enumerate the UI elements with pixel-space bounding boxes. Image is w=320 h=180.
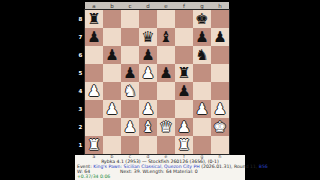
rank-label-5: 5 (76, 64, 85, 82)
white-bishop-piece: ♝ (139, 118, 157, 136)
square-f1: ♜ (175, 136, 193, 154)
file-label-h: h (211, 2, 229, 10)
square-d3: ♟ (139, 100, 157, 118)
square-c7 (121, 28, 139, 46)
square-b3: ♟ (103, 100, 121, 118)
square-c2: ♟ (121, 118, 139, 136)
square-g6: ♞ (193, 46, 211, 64)
white-pawn-piece: ♟ (211, 100, 229, 118)
square-e8 (157, 10, 175, 28)
square-d8 (139, 10, 157, 28)
square-d5: ♟ (139, 64, 157, 82)
white-pawn-piece: ♟ (85, 82, 103, 100)
white-rook-piece: ♜ (175, 136, 193, 154)
square-h5 (211, 64, 229, 82)
file-label-c: c (121, 2, 139, 10)
engine-eval[interactable]: +0.37/34 0:06 (77, 174, 247, 179)
white-queen-piece: ♛ (157, 118, 175, 136)
square-f8 (175, 10, 193, 28)
square-h2: ♚ (211, 118, 229, 136)
black-pawn-piece: ♟ (103, 46, 121, 64)
square-b2 (103, 118, 121, 136)
square-b4 (103, 82, 121, 100)
square-f2: ♟ (175, 118, 193, 136)
square-d2: ♝ (139, 118, 157, 136)
square-d1 (139, 136, 157, 154)
square-b6: ♟ (103, 46, 121, 64)
square-a5 (85, 64, 103, 82)
square-a1: ♜ (85, 136, 103, 154)
chess-board: ♜♚♟♛♝♟♟♟♟♞♟♟♟♜♟♞♟♟♟♟♟♟♝♛♟♚♜♜ (85, 10, 229, 154)
file-label-b: b (103, 2, 121, 10)
square-e5: ♟ (157, 64, 175, 82)
white-knight-piece: ♞ (121, 82, 139, 100)
video-frame: abcdefgh 87654321 ♜♚♟♛♝♟♟♟♟♞♟♟♟♜♟♞♟♟♟♟♟♟… (0, 0, 320, 180)
square-b5 (103, 64, 121, 82)
rank-label-3: 3 (76, 100, 85, 118)
square-a3 (85, 100, 103, 118)
black-pawn-piece: ♟ (175, 82, 193, 100)
square-c4: ♞ (121, 82, 139, 100)
white-pawn-piece: ♟ (121, 118, 139, 136)
square-a4: ♟ (85, 82, 103, 100)
file-labels-top: abcdefgh (85, 2, 229, 10)
square-a8: ♜ (85, 10, 103, 28)
black-rook-piece: ♜ (85, 10, 103, 28)
square-g7: ♟ (193, 28, 211, 46)
square-h3: ♟ (211, 100, 229, 118)
square-c3 (121, 100, 139, 118)
black-bishop-piece: ♝ (157, 28, 175, 46)
black-queen-piece: ♛ (139, 28, 157, 46)
black-rook-piece: ♜ (175, 64, 193, 82)
white-rook-piece: ♜ (85, 136, 103, 154)
event-tail: (2026.01.31), Round 11, (201, 164, 257, 169)
black-pawn-piece: ♟ (85, 28, 103, 46)
white-pawn-piece: ♟ (103, 100, 121, 118)
square-f3 (175, 100, 193, 118)
file-label-g: g (193, 2, 211, 10)
file-label-d: d (139, 2, 157, 10)
rank-label-2: 2 (76, 118, 85, 136)
square-b7 (103, 28, 121, 46)
rank-label-8: 8 (76, 10, 85, 28)
square-f6 (175, 46, 193, 64)
square-h8 (211, 10, 229, 28)
white-pawn-piece: ♟ (175, 118, 193, 136)
square-h1 (211, 136, 229, 154)
square-c6 (121, 46, 139, 64)
square-g4 (193, 82, 211, 100)
rank-label-1: 1 (76, 136, 85, 154)
square-c1 (121, 136, 139, 154)
file-label-a: a (85, 2, 103, 10)
black-pawn-piece: ♟ (139, 46, 157, 64)
square-f4: ♟ (175, 82, 193, 100)
file-label-f: f (175, 2, 193, 10)
chess-gui-panel: abcdefgh 87654321 ♜♚♟♛♝♟♟♟♟♞♟♟♟♜♟♞♟♟♟♟♟♟… (75, 0, 245, 180)
black-pawn-piece: ♟ (121, 64, 139, 82)
caption-panel: abcdefgh Rybka 4.1 (2953) — Stockfish 26… (75, 155, 245, 180)
white-king-piece: ♚ (211, 118, 229, 136)
square-b8 (103, 10, 121, 28)
square-e7: ♝ (157, 28, 175, 46)
black-pawn-piece: ♟ (193, 28, 211, 46)
square-g2 (193, 118, 211, 136)
black-king-piece: ♚ (193, 10, 211, 28)
rank-label-4: 4 (76, 82, 85, 100)
square-c5: ♟ (121, 64, 139, 82)
square-f5: ♜ (175, 64, 193, 82)
file-label-e: e (157, 2, 175, 10)
square-e1 (157, 136, 175, 154)
black-pawn-piece: ♟ (211, 28, 229, 46)
rank-label-6: 6 (76, 46, 85, 64)
rank-label-7: 7 (76, 28, 85, 46)
black-knight-piece: ♞ (193, 46, 211, 64)
square-h4 (211, 82, 229, 100)
rank-labels: 87654321 (76, 10, 85, 154)
square-e4 (157, 82, 175, 100)
square-d4 (139, 82, 157, 100)
square-a6 (85, 46, 103, 64)
white-pawn-piece: ♟ (139, 64, 157, 82)
square-d7: ♛ (139, 28, 157, 46)
square-g5 (193, 64, 211, 82)
white-pawn-piece: ♟ (139, 100, 157, 118)
square-f7 (175, 28, 193, 46)
square-c8 (121, 10, 139, 28)
square-e6 (157, 46, 175, 64)
black-pawn-piece: ♟ (157, 64, 175, 82)
square-h7: ♟ (211, 28, 229, 46)
square-g3: ♟ (193, 100, 211, 118)
square-b1 (103, 136, 121, 154)
square-g8: ♚ (193, 10, 211, 28)
square-a2 (85, 118, 103, 136)
square-e3 (157, 100, 175, 118)
square-a7: ♟ (85, 28, 103, 46)
square-g1 (193, 136, 211, 154)
square-d6: ♟ (139, 46, 157, 64)
eco-code[interactable]: B56 (259, 164, 268, 169)
white-pawn-piece: ♟ (193, 100, 211, 118)
square-h6 (211, 46, 229, 64)
square-e2: ♛ (157, 118, 175, 136)
